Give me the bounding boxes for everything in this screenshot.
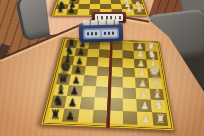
piece-black-pawn: ♟ xyxy=(74,65,83,74)
chessboard-main: ♜♟♟♜♞♟♟♞♝♟♟♝♚♟♟♚♛♟♟♛♝♟♟♝♞♟♟♞♜♟♟♜ xyxy=(40,37,175,131)
board-square xyxy=(83,75,97,86)
board-square: ♜ xyxy=(133,9,146,14)
board-square xyxy=(100,4,111,9)
piece-black-pawn: ♟ xyxy=(68,6,75,14)
board-square: ♟ xyxy=(137,111,153,125)
board-square xyxy=(78,4,89,9)
piece-black-pawn: ♟ xyxy=(70,86,79,96)
board-square xyxy=(77,109,93,123)
board-square xyxy=(123,87,137,99)
board-border: ♜♟♟♜♞♟♟♞♝♟♟♝♚♟♟♚♛♟♟♛♝♟♟♝♞♟♟♞♜♟♟♜ xyxy=(40,37,175,131)
piece-white-pawn: ♟ xyxy=(141,113,151,124)
board-square xyxy=(81,85,96,97)
piece-black-rook: ♜ xyxy=(49,108,61,121)
piece-black-pawn: ♟ xyxy=(68,97,78,108)
board-square xyxy=(84,66,98,76)
board-square xyxy=(77,9,89,14)
board-square: ♜ xyxy=(47,108,65,122)
piece-black-pawn: ♟ xyxy=(72,75,81,85)
board-square xyxy=(123,111,138,125)
piece-white-rook: ♜ xyxy=(155,112,167,125)
piece-white-pawn: ♟ xyxy=(138,68,147,77)
piece-white-rook: ♜ xyxy=(136,5,144,14)
board-square xyxy=(79,97,95,110)
board-square: ♜ xyxy=(152,112,169,126)
piece-black-rook: ♜ xyxy=(56,5,64,14)
board-square: ♟ xyxy=(137,99,152,112)
chess-clock-main xyxy=(79,22,123,42)
board-square xyxy=(79,0,90,4)
board-square xyxy=(123,77,136,88)
board-square xyxy=(122,67,135,77)
piece-black-pawn: ♟ xyxy=(65,110,75,121)
clock-buttons xyxy=(83,20,119,26)
board-square: ♟ xyxy=(136,88,150,100)
clock-display-left xyxy=(85,30,100,37)
tournament-photo: ♜♟♟♜♞♟♟♞♝♟♟♝♚♟♟♚♛♟♟♛♝♟♟♝♞♟♟♞♜♟♟♜ ♜♟♟♜♞♟♟… xyxy=(0,0,204,136)
board-square xyxy=(111,4,122,9)
piece-white-pawn: ♟ xyxy=(138,78,147,88)
piece-white-pawn: ♟ xyxy=(139,89,148,99)
piece-white-pawn: ♟ xyxy=(140,100,150,111)
board-square xyxy=(123,98,138,111)
board-square xyxy=(100,0,111,4)
clock-face xyxy=(83,28,119,40)
board-square: ♟ xyxy=(135,77,149,88)
clock-display-right xyxy=(102,30,117,37)
board-square xyxy=(110,0,121,4)
